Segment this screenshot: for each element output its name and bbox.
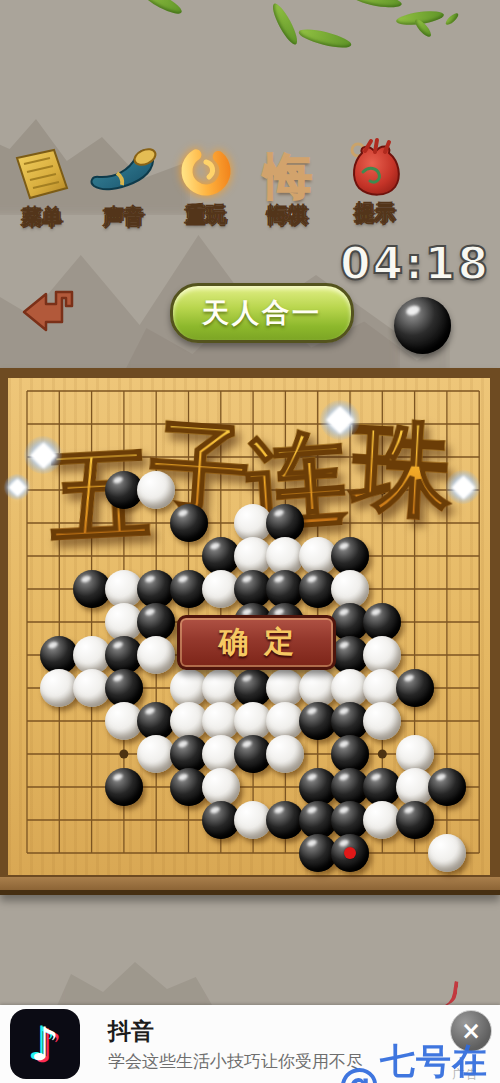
mode-button-tianrenheyi[interactable]: 天人合一 (170, 283, 354, 343)
white-stone (137, 636, 175, 674)
red-pouch-icon (333, 136, 417, 198)
title-character: 珠 (349, 401, 456, 541)
watermark: @ 七号在线 (338, 1038, 500, 1083)
watermark-text: 七号在线 (380, 1038, 500, 1083)
scroll-icon (0, 140, 84, 202)
black-stone (105, 768, 143, 806)
confirm-button[interactable]: 确定 (177, 615, 336, 670)
confirm-button-label: 确定 (203, 622, 311, 663)
black-stone (396, 669, 434, 707)
countdown-timer: 04:18 (340, 238, 490, 289)
toolbar-label: 重玩 (164, 202, 248, 229)
white-stone (137, 471, 175, 509)
white-stone (428, 834, 466, 872)
sparkle-icon (320, 400, 360, 440)
black-stone (331, 834, 369, 872)
sparkle-icon (446, 470, 480, 504)
watermark-logo-icon: @ (338, 1064, 380, 1083)
bamboo-leaf (351, 0, 402, 10)
sparkle-icon (4, 474, 30, 500)
ink-mountain (55, 950, 215, 1010)
toolbar-label: 声音 (82, 204, 166, 231)
bamboo-leaf (297, 26, 353, 52)
music-note-icon: ♪ (30, 1017, 59, 1071)
back-button[interactable] (20, 282, 76, 340)
toolbar-item-menu[interactable]: 菜单 (0, 140, 84, 231)
turn-indicator-black-stone (394, 297, 451, 354)
bamboo-leaf (444, 11, 460, 26)
toolbar-item-undo[interactable]: 悔 悔棋 (246, 138, 330, 229)
toolbar-item-hint[interactable]: 提示 (333, 136, 417, 227)
horn-icon (82, 140, 166, 202)
toolbar-label: 悔棋 (246, 202, 330, 229)
douyin-logo-icon[interactable]: ♪ (10, 1009, 80, 1079)
ad-app-name: 抖音 (108, 1016, 154, 1047)
bamboo-leaf (269, 1, 301, 47)
black-stone (396, 801, 434, 839)
black-stone (170, 504, 208, 542)
red-ink-mark (435, 979, 458, 1008)
toolbar-label: 提示 (333, 200, 417, 227)
toolbar-item-replay[interactable]: 重玩 (164, 138, 248, 229)
last-move-marker (344, 847, 356, 859)
bamboo-leaf (140, 0, 184, 18)
toolbar-label: 菜单 (0, 204, 84, 231)
fire-swirl-icon (164, 138, 248, 200)
sparkle-icon (24, 436, 62, 474)
hui-character-icon: 悔 (246, 138, 330, 200)
black-stone (428, 768, 466, 806)
mode-button-label: 天人合一 (202, 295, 322, 331)
toolbar-item-sound[interactable]: 声音 (82, 140, 166, 231)
